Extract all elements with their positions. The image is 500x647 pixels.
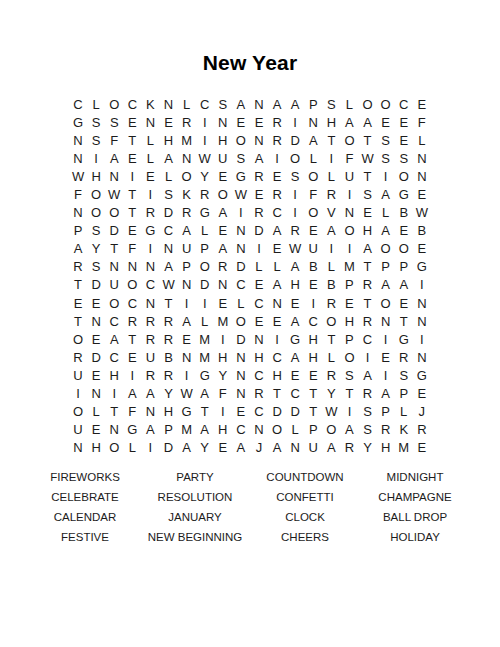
grid-cell[interactable]: U (141, 348, 159, 366)
grid-cell[interactable]: L (87, 403, 105, 421)
grid-cell[interactable]: C (196, 95, 214, 113)
grid-cell[interactable]: U (69, 366, 87, 384)
grid-cell[interactable]: O (87, 204, 105, 222)
grid-cell[interactable]: N (232, 348, 250, 366)
grid-cell[interactable]: G (141, 222, 159, 240)
grid-cell[interactable]: Y (196, 167, 214, 185)
grid-cell[interactable]: P (395, 258, 413, 276)
grid-cell[interactable]: E (304, 276, 322, 294)
grid-cell[interactable]: O (322, 421, 340, 439)
grid-cell[interactable]: R (159, 366, 177, 384)
grid-cell[interactable]: R (250, 385, 268, 403)
grid-cell[interactable]: R (359, 276, 377, 294)
grid-cell[interactable]: S (395, 149, 413, 167)
grid-cell[interactable]: P (178, 258, 196, 276)
grid-cell[interactable]: E (286, 366, 304, 384)
grid-cell[interactable]: H (214, 421, 232, 439)
grid-cell[interactable]: E (377, 113, 395, 131)
grid-cell[interactable]: U (69, 421, 87, 439)
grid-cell[interactable]: A (232, 95, 250, 113)
grid-cell[interactable]: S (105, 113, 123, 131)
grid-cell[interactable]: C (250, 366, 268, 384)
grid-cell[interactable]: T (268, 385, 286, 403)
grid-cell[interactable]: N (141, 113, 159, 131)
grid-cell[interactable]: U (304, 240, 322, 258)
grid-cell[interactable]: N (105, 167, 123, 185)
grid-cell[interactable]: N (413, 312, 431, 330)
grid-cell[interactable]: O (286, 149, 304, 167)
grid-cell[interactable]: H (340, 312, 358, 330)
grid-cell[interactable]: T (359, 294, 377, 312)
grid-cell[interactable]: A (178, 222, 196, 240)
grid-cell[interactable]: M (196, 330, 214, 348)
grid-cell[interactable]: Y (214, 366, 232, 384)
grid-cell[interactable]: S (340, 366, 358, 384)
grid-cell[interactable]: R (268, 113, 286, 131)
grid-cell[interactable]: A (322, 439, 340, 457)
grid-cell[interactable]: R (268, 131, 286, 149)
grid-cell[interactable]: E (413, 385, 431, 403)
grid-cell[interactable]: T (359, 258, 377, 276)
grid-cell[interactable]: N (214, 113, 232, 131)
grid-cell[interactable]: G (413, 258, 431, 276)
grid-cell[interactable]: T (69, 276, 87, 294)
grid-cell[interactable]: O (304, 204, 322, 222)
grid-cell[interactable]: U (105, 276, 123, 294)
grid-cell[interactable]: A (377, 276, 395, 294)
grid-cell[interactable]: I (286, 113, 304, 131)
grid-cell[interactable]: D (250, 222, 268, 240)
grid-cell[interactable]: G (69, 113, 87, 131)
grid-cell[interactable]: O (304, 167, 322, 185)
grid-cell[interactable]: A (268, 439, 286, 457)
grid-cell[interactable]: E (214, 222, 232, 240)
grid-cell[interactable]: I (196, 294, 214, 312)
grid-cell[interactable]: A (141, 385, 159, 403)
grid-cell[interactable]: T (395, 312, 413, 330)
grid-cell[interactable]: G (196, 366, 214, 384)
grid-cell[interactable]: E (359, 204, 377, 222)
grid-cell[interactable]: I (304, 294, 322, 312)
grid-cell[interactable]: L (322, 258, 340, 276)
grid-cell[interactable]: C (268, 348, 286, 366)
grid-cell[interactable]: N (69, 131, 87, 149)
grid-cell[interactable]: L (178, 95, 196, 113)
grid-cell[interactable]: C (105, 348, 123, 366)
grid-cell[interactable]: S (377, 149, 395, 167)
grid-cell[interactable]: C (359, 330, 377, 348)
grid-cell[interactable]: E (377, 348, 395, 366)
grid-cell[interactable]: B (159, 348, 177, 366)
grid-cell[interactable]: N (87, 385, 105, 403)
grid-cell[interactable]: N (69, 204, 87, 222)
grid-cell[interactable]: H (322, 113, 340, 131)
grid-cell[interactable]: A (359, 366, 377, 384)
grid-cell[interactable]: R (359, 385, 377, 403)
grid-cell[interactable]: R (322, 185, 340, 203)
grid-cell[interactable]: G (196, 204, 214, 222)
grid-cell[interactable]: N (250, 421, 268, 439)
grid-cell[interactable]: F (105, 131, 123, 149)
grid-cell[interactable]: P (69, 222, 87, 240)
grid-cell[interactable]: N (69, 439, 87, 457)
grid-cell[interactable]: N (340, 204, 358, 222)
grid-cell[interactable]: R (250, 204, 268, 222)
grid-cell[interactable]: O (395, 240, 413, 258)
grid-cell[interactable]: A (105, 330, 123, 348)
grid-cell[interactable]: S (87, 113, 105, 131)
grid-cell[interactable]: A (196, 385, 214, 403)
grid-cell[interactable]: A (141, 421, 159, 439)
grid-cell[interactable]: O (395, 167, 413, 185)
grid-cell[interactable]: O (322, 312, 340, 330)
grid-cell[interactable]: I (87, 149, 105, 167)
grid-cell[interactable]: N (141, 294, 159, 312)
grid-cell[interactable]: T (105, 403, 123, 421)
grid-cell[interactable]: R (322, 294, 340, 312)
grid-cell[interactable]: C (232, 276, 250, 294)
grid-cell[interactable]: M (178, 421, 196, 439)
grid-cell[interactable]: H (268, 366, 286, 384)
grid-cell[interactable]: U (178, 240, 196, 258)
grid-cell[interactable]: N (141, 403, 159, 421)
grid-cell[interactable]: I (214, 403, 232, 421)
grid-cell[interactable]: N (178, 276, 196, 294)
grid-cell[interactable]: T (105, 240, 123, 258)
grid-cell[interactable]: I (196, 131, 214, 149)
grid-cell[interactable]: B (395, 204, 413, 222)
grid-cell[interactable]: I (359, 348, 377, 366)
grid-cell[interactable]: E (304, 366, 322, 384)
grid-cell[interactable]: A (377, 185, 395, 203)
grid-cell[interactable]: E (413, 95, 431, 113)
grid-cell[interactable]: W (286, 240, 304, 258)
grid-cell[interactable]: E (268, 167, 286, 185)
grid-cell[interactable]: U (340, 167, 358, 185)
grid-cell[interactable]: O (377, 95, 395, 113)
grid-cell[interactable]: H (105, 366, 123, 384)
grid-cell[interactable]: E (395, 222, 413, 240)
grid-cell[interactable]: F (123, 240, 141, 258)
grid-cell[interactable]: R (214, 258, 232, 276)
grid-cell[interactable]: I (196, 113, 214, 131)
grid-cell[interactable]: M (395, 439, 413, 457)
grid-cell[interactable]: S (87, 222, 105, 240)
grid-cell[interactable]: J (413, 403, 431, 421)
grid-cell[interactable]: L (268, 258, 286, 276)
grid-cell[interactable]: R (159, 312, 177, 330)
grid-cell[interactable]: E (87, 366, 105, 384)
grid-cell[interactable]: A (395, 276, 413, 294)
grid-cell[interactable]: I (178, 366, 196, 384)
grid-cell[interactable]: I (214, 330, 232, 348)
grid-cell[interactable]: R (359, 312, 377, 330)
grid-cell[interactable]: E (340, 294, 358, 312)
grid-cell[interactable]: T (123, 185, 141, 203)
grid-cell[interactable]: A (377, 222, 395, 240)
grid-cell[interactable]: T (322, 131, 340, 149)
grid-cell[interactable]: O (69, 403, 87, 421)
grid-cell[interactable]: E (141, 167, 159, 185)
grid-cell[interactable]: O (105, 204, 123, 222)
grid-cell[interactable]: L (250, 258, 268, 276)
grid-cell[interactable]: I (123, 167, 141, 185)
grid-cell[interactable]: L (123, 439, 141, 457)
grid-cell[interactable]: C (123, 95, 141, 113)
grid-cell[interactable]: W (159, 276, 177, 294)
grid-cell[interactable]: G (178, 403, 196, 421)
grid-cell[interactable]: E (87, 421, 105, 439)
grid-cell[interactable]: O (340, 222, 358, 240)
grid-cell[interactable]: A (340, 113, 358, 131)
grid-cell[interactable]: O (359, 95, 377, 113)
grid-cell[interactable]: R (413, 421, 431, 439)
grid-cell[interactable]: O (69, 330, 87, 348)
grid-cell[interactable]: A (286, 348, 304, 366)
grid-cell[interactable]: O (214, 185, 232, 203)
grid-cell[interactable]: A (304, 131, 322, 149)
grid-cell[interactable]: W (105, 185, 123, 203)
grid-cell[interactable]: W (69, 167, 87, 185)
grid-cell[interactable]: O (377, 294, 395, 312)
grid-cell[interactable]: R (141, 204, 159, 222)
grid-cell[interactable]: T (69, 312, 87, 330)
grid-cell[interactable]: L (286, 421, 304, 439)
grid-cell[interactable]: A (178, 439, 196, 457)
grid-cell[interactable]: S (322, 95, 340, 113)
grid-cell[interactable]: P (395, 385, 413, 403)
grid-cell[interactable]: W (359, 149, 377, 167)
grid-cell[interactable]: K (178, 185, 196, 203)
grid-cell[interactable]: H (377, 439, 395, 457)
grid-cell[interactable]: I (322, 149, 340, 167)
grid-cell[interactable]: H (304, 348, 322, 366)
grid-cell[interactable]: E (413, 240, 431, 258)
grid-cell[interactable]: L (340, 95, 358, 113)
grid-cell[interactable]: N (87, 312, 105, 330)
grid-cell[interactable]: L (322, 167, 340, 185)
grid-cell[interactable]: H (286, 276, 304, 294)
grid-cell[interactable]: A (159, 258, 177, 276)
grid-cell[interactable]: E (123, 149, 141, 167)
grid-cell[interactable]: N (141, 258, 159, 276)
grid-cell[interactable]: A (286, 312, 304, 330)
grid-cell[interactable]: A (196, 421, 214, 439)
grid-cell[interactable]: D (232, 330, 250, 348)
grid-cell[interactable]: C (250, 294, 268, 312)
grid-cell[interactable]: N (178, 348, 196, 366)
grid-cell[interactable]: H (250, 348, 268, 366)
grid-cell[interactable]: I (141, 185, 159, 203)
grid-cell[interactable]: A (159, 149, 177, 167)
grid-cell[interactable]: R (178, 204, 196, 222)
grid-cell[interactable]: C (105, 312, 123, 330)
grid-cell[interactable]: G (395, 185, 413, 203)
grid-cell[interactable]: D (286, 403, 304, 421)
grid-cell[interactable]: I (377, 330, 395, 348)
grid-cell[interactable]: E (159, 113, 177, 131)
grid-cell[interactable]: G (395, 330, 413, 348)
grid-cell[interactable]: E (232, 113, 250, 131)
grid-cell[interactable]: D (286, 131, 304, 149)
grid-cell[interactable]: D (87, 348, 105, 366)
grid-cell[interactable]: E (123, 222, 141, 240)
grid-cell[interactable]: K (141, 95, 159, 113)
grid-cell[interactable]: H (87, 167, 105, 185)
grid-cell[interactable]: A (178, 312, 196, 330)
grid-cell[interactable]: L (196, 312, 214, 330)
grid-cell[interactable]: E (395, 113, 413, 131)
grid-cell[interactable]: A (286, 95, 304, 113)
grid-cell[interactable]: N (178, 149, 196, 167)
grid-cell[interactable]: P (340, 276, 358, 294)
grid-cell[interactable]: N (250, 131, 268, 149)
grid-cell[interactable]: T (322, 330, 340, 348)
grid-cell[interactable]: T (304, 385, 322, 403)
grid-cell[interactable]: D (232, 258, 250, 276)
grid-cell[interactable]: P (304, 421, 322, 439)
grid-cell[interactable]: Y (159, 385, 177, 403)
grid-cell[interactable]: T (340, 385, 358, 403)
grid-cell[interactable]: B (304, 258, 322, 276)
grid-cell[interactable]: I (340, 403, 358, 421)
grid-cell[interactable]: R (141, 366, 159, 384)
grid-cell[interactable]: N (232, 240, 250, 258)
grid-cell[interactable]: A (377, 385, 395, 403)
grid-cell[interactable]: T (359, 167, 377, 185)
grid-cell[interactable]: S (87, 131, 105, 149)
grid-cell[interactable]: R (322, 366, 340, 384)
grid-cell[interactable]: I (377, 366, 395, 384)
grid-cell[interactable]: H (359, 222, 377, 240)
grid-cell[interactable]: N (123, 258, 141, 276)
grid-cell[interactable]: O (196, 258, 214, 276)
grid-cell[interactable]: R (250, 167, 268, 185)
grid-cell[interactable]: N (159, 240, 177, 258)
grid-cell[interactable]: L (141, 149, 159, 167)
grid-cell[interactable]: A (340, 421, 358, 439)
grid-cell[interactable]: H (159, 403, 177, 421)
grid-cell[interactable]: E (250, 312, 268, 330)
grid-cell[interactable]: K (395, 421, 413, 439)
grid-cell[interactable]: M (178, 131, 196, 149)
grid-cell[interactable]: E (268, 240, 286, 258)
grid-cell[interactable]: C (286, 385, 304, 403)
grid-cell[interactable]: W (196, 149, 214, 167)
grid-cell[interactable]: E (214, 439, 232, 457)
grid-cell[interactable]: S (214, 95, 232, 113)
grid-cell[interactable]: S (359, 185, 377, 203)
grid-cell[interactable]: H (214, 348, 232, 366)
grid-cell[interactable]: T (123, 330, 141, 348)
grid-cell[interactable]: I (286, 185, 304, 203)
grid-cell[interactable]: L (232, 294, 250, 312)
grid-cell[interactable]: E (250, 113, 268, 131)
grid-cell[interactable]: F (340, 149, 358, 167)
grid-cell[interactable]: E (304, 222, 322, 240)
grid-cell[interactable]: L (322, 348, 340, 366)
grid-cell[interactable]: N (105, 421, 123, 439)
grid-cell[interactable]: P (304, 95, 322, 113)
grid-cell[interactable]: A (268, 222, 286, 240)
grid-cell[interactable]: N (268, 294, 286, 312)
grid-cell[interactable]: E (250, 185, 268, 203)
grid-cell[interactable]: U (214, 149, 232, 167)
grid-cell[interactable]: A (268, 95, 286, 113)
grid-cell[interactable]: P (196, 240, 214, 258)
grid-cell[interactable]: C (232, 421, 250, 439)
grid-cell[interactable]: O (232, 312, 250, 330)
grid-cell[interactable]: S (286, 167, 304, 185)
grid-cell[interactable]: L (395, 403, 413, 421)
grid-cell[interactable]: T (304, 403, 322, 421)
grid-cell[interactable]: O (105, 439, 123, 457)
grid-cell[interactable]: C (268, 204, 286, 222)
grid-cell[interactable]: R (141, 312, 159, 330)
grid-cell[interactable]: T (359, 131, 377, 149)
grid-cell[interactable]: M (196, 348, 214, 366)
grid-cell[interactable]: F (69, 185, 87, 203)
grid-cell[interactable]: A (123, 385, 141, 403)
grid-cell[interactable]: I (141, 439, 159, 457)
grid-cell[interactable]: D (159, 204, 177, 222)
grid-cell[interactable]: O (123, 276, 141, 294)
grid-cell[interactable]: N (105, 258, 123, 276)
grid-cell[interactable]: C (304, 312, 322, 330)
grid-cell[interactable]: R (286, 222, 304, 240)
grid-cell[interactable]: S (87, 258, 105, 276)
grid-cell[interactable]: I (377, 167, 395, 185)
grid-cell[interactable]: G (286, 330, 304, 348)
grid-cell[interactable]: E (123, 113, 141, 131)
grid-cell[interactable]: I (268, 330, 286, 348)
grid-cell[interactable]: T (196, 403, 214, 421)
grid-cell[interactable]: N (232, 366, 250, 384)
grid-cell[interactable]: L (159, 167, 177, 185)
grid-cell[interactable]: W (178, 385, 196, 403)
grid-cell[interactable]: D (268, 403, 286, 421)
grid-cell[interactable]: E (250, 276, 268, 294)
grid-cell[interactable]: D (105, 222, 123, 240)
grid-cell[interactable]: N (286, 439, 304, 457)
grid-cell[interactable]: A (250, 149, 268, 167)
grid-cell[interactable]: A (359, 113, 377, 131)
grid-cell[interactable]: H (214, 131, 232, 149)
grid-cell[interactable]: A (322, 222, 340, 240)
grid-cell[interactable]: R (69, 258, 87, 276)
grid-cell[interactable]: A (232, 439, 250, 457)
grid-cell[interactable]: I (322, 240, 340, 258)
grid-cell[interactable]: O (340, 131, 358, 149)
grid-cell[interactable]: I (268, 149, 286, 167)
grid-cell[interactable]: D (196, 276, 214, 294)
grid-cell[interactable]: S (395, 366, 413, 384)
grid-cell[interactable]: E (123, 348, 141, 366)
grid-cell[interactable]: S (232, 149, 250, 167)
grid-cell[interactable]: D (159, 439, 177, 457)
grid-cell[interactable]: V (322, 204, 340, 222)
grid-cell[interactable]: N (250, 330, 268, 348)
grid-cell[interactable]: R (395, 348, 413, 366)
grid-cell[interactable]: C (123, 294, 141, 312)
grid-cell[interactable]: I (69, 385, 87, 403)
grid-cell[interactable]: H (159, 131, 177, 149)
grid-cell[interactable]: M (214, 312, 232, 330)
grid-cell[interactable]: W (413, 204, 431, 222)
grid-cell[interactable]: N (250, 95, 268, 113)
grid-cell[interactable]: F (214, 385, 232, 403)
grid-cell[interactable]: P (377, 258, 395, 276)
